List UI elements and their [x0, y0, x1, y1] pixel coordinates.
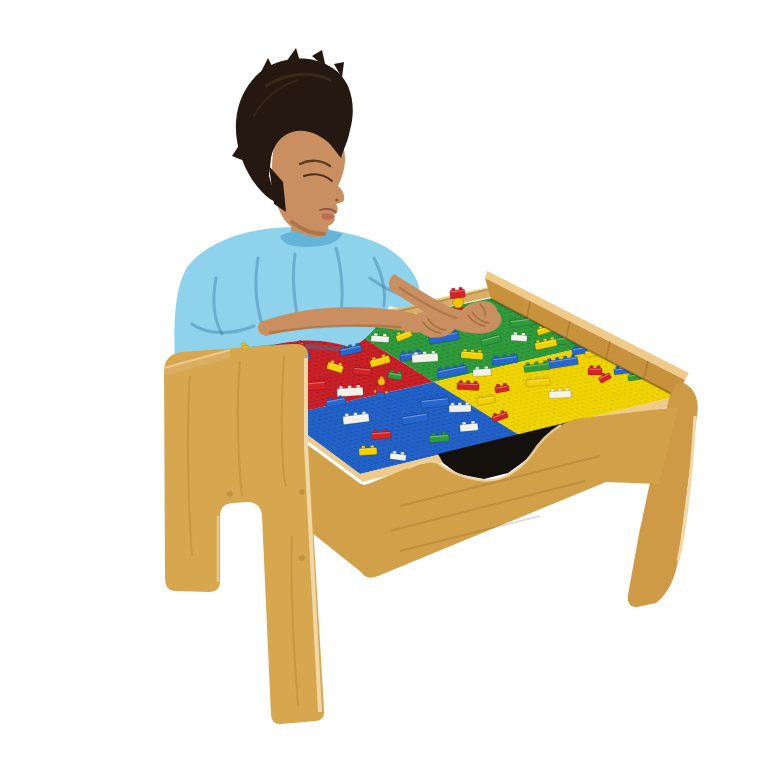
brick-white [412, 351, 439, 363]
brick-red [457, 380, 479, 391]
brick-white [337, 385, 364, 397]
product-photo: Young boy in a light blue t-shirt leanin… [40, 16, 768, 768]
brick-yellow [526, 376, 551, 387]
scene-canvas [40, 16, 768, 768]
nostril [335, 198, 338, 201]
brick-yellow [461, 349, 484, 360]
brick-white [549, 388, 571, 399]
brick-red [449, 287, 465, 299]
brick-white [449, 402, 471, 412]
left-side-panel [164, 344, 324, 724]
